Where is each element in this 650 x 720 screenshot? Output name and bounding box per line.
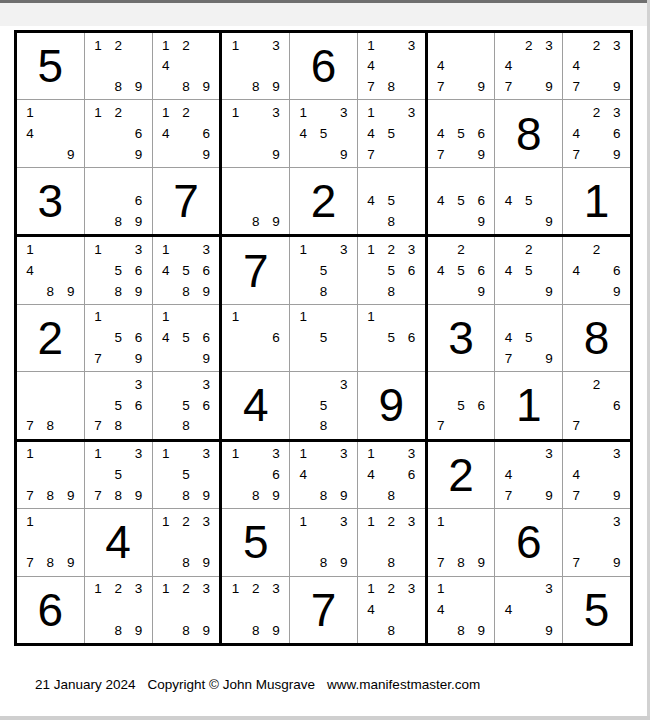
cell-r3c9[interactable]: 1 [563, 168, 630, 234]
candidate-6 [334, 328, 354, 349]
candidate-6: 6 [471, 395, 491, 416]
candidate-5 [586, 123, 606, 144]
cell-r5c2[interactable]: 15679 [85, 305, 152, 371]
candidate-grid: 358 [290, 372, 357, 438]
candidate-9: 9 [196, 485, 216, 506]
cell-r4c5[interactable]: 1358 [290, 237, 357, 303]
candidate-3: 3 [607, 444, 627, 465]
candidate-1 [566, 35, 586, 56]
cell-r2c8[interactable]: 8 [495, 100, 562, 166]
candidate-5 [40, 123, 60, 144]
candidate-8 [246, 348, 266, 369]
candidate-7 [498, 212, 518, 233]
cell-r5c1[interactable]: 2 [17, 305, 84, 371]
cell-r6c6[interactable]: 9 [358, 372, 425, 438]
candidate-8: 8 [40, 553, 60, 574]
candidate-9 [401, 348, 421, 369]
candidate-1 [498, 579, 518, 600]
candidate-1 [431, 102, 451, 123]
candidate-2 [246, 444, 266, 465]
solved-digit: 6 [17, 577, 84, 643]
candidate-5: 5 [176, 328, 196, 349]
candidate-1 [498, 35, 518, 56]
candidate-1: 1 [225, 35, 245, 56]
candidate-4 [431, 395, 451, 416]
candidate-1 [88, 170, 108, 191]
cell-r3c3[interactable]: 7 [153, 168, 220, 234]
candidate-1: 1 [293, 102, 313, 123]
solved-digit: 9 [358, 372, 425, 438]
candidate-9: 9 [607, 485, 627, 506]
candidate-4 [431, 532, 451, 553]
candidate-8 [586, 281, 606, 302]
cell-r9c1[interactable]: 6 [17, 577, 84, 643]
cell-r7c7[interactable]: 2 [428, 442, 495, 508]
candidate-7: 7 [431, 144, 451, 165]
candidate-8: 8 [176, 77, 196, 98]
candidate-7: 7 [361, 77, 381, 98]
candidate-5: 5 [313, 260, 333, 281]
cell-r8c9[interactable]: 379 [563, 509, 630, 575]
candidate-grid: 123568 [358, 237, 425, 303]
candidate-7 [293, 485, 313, 506]
candidate-7: 7 [361, 144, 381, 165]
candidate-4: 4 [361, 191, 381, 212]
candidate-1: 1 [156, 102, 176, 123]
cell-r7c8[interactable]: 3479 [495, 442, 562, 508]
cell-r6c4[interactable]: 4 [222, 372, 289, 438]
candidate-5: 5 [108, 260, 128, 281]
cell-r9c8[interactable]: 349 [495, 577, 562, 643]
candidate-3 [471, 102, 491, 123]
candidate-9 [334, 281, 354, 302]
candidate-1: 1 [88, 239, 108, 260]
cell-r5c5[interactable]: 15 [290, 305, 357, 371]
candidate-4 [88, 464, 108, 485]
candidate-1: 1 [20, 239, 40, 260]
candidate-4 [225, 56, 245, 77]
candidate-8 [176, 348, 196, 369]
candidate-3: 3 [401, 579, 421, 600]
candidate-1 [566, 102, 586, 123]
candidate-4 [20, 395, 40, 416]
cell-r2c6[interactable]: 13457 [358, 100, 425, 166]
candidate-3: 3 [128, 374, 148, 395]
cell-r4c6[interactable]: 123568 [358, 237, 425, 303]
candidate-4: 4 [431, 599, 451, 620]
candidate-5: 5 [108, 328, 128, 349]
candidate-5 [381, 599, 401, 620]
candidate-5: 5 [176, 395, 196, 416]
candidate-1 [498, 170, 518, 191]
candidate-3 [128, 307, 148, 328]
candidate-grid: 156 [358, 305, 425, 371]
candidate-grid: 15 [290, 305, 357, 371]
candidate-6 [61, 395, 81, 416]
cell-r9c7[interactable]: 1489 [428, 577, 495, 643]
cell-r2c7[interactable]: 45679 [428, 100, 495, 166]
candidate-2: 2 [176, 35, 196, 56]
candidate-8: 8 [451, 553, 471, 574]
cell-r1c4[interactable]: 1389 [222, 33, 289, 99]
cell-r9c4[interactable]: 12389 [222, 577, 289, 643]
cell-r4c1[interactable]: 1489 [17, 237, 84, 303]
candidate-7 [20, 281, 40, 302]
candidate-2: 2 [586, 35, 606, 56]
cell-r7c5[interactable]: 13489 [290, 442, 357, 508]
candidate-9: 9 [607, 553, 627, 574]
candidate-1: 1 [361, 35, 381, 56]
candidate-grid: 12389 [222, 577, 289, 643]
candidate-7 [293, 281, 313, 302]
cell-r3c7[interactable]: 4569 [428, 168, 495, 234]
candidate-6: 6 [471, 191, 491, 212]
candidate-5 [40, 395, 60, 416]
candidate-4: 4 [498, 464, 518, 485]
candidate-7 [361, 348, 381, 369]
cell-r8c6[interactable]: 1238 [358, 509, 425, 575]
candidate-4: 4 [498, 56, 518, 77]
cell-r7c4[interactable]: 13689 [222, 442, 289, 508]
candidate-3: 3 [196, 579, 216, 600]
candidate-3: 3 [196, 239, 216, 260]
cell-r6c9[interactable]: 267 [563, 372, 630, 438]
candidate-5 [246, 328, 266, 349]
candidate-6 [334, 395, 354, 416]
candidate-7 [88, 144, 108, 165]
candidate-1: 1 [361, 102, 381, 123]
solved-digit: 5 [17, 33, 84, 99]
candidate-7 [225, 348, 245, 369]
candidate-1: 1 [293, 444, 313, 465]
candidate-9: 9 [61, 553, 81, 574]
cell-r2c1[interactable]: 149 [17, 100, 84, 166]
candidate-3: 3 [334, 102, 354, 123]
cell-r1c5[interactable]: 6 [290, 33, 357, 99]
candidate-2 [451, 511, 471, 532]
candidate-8 [176, 144, 196, 165]
cell-r1c6[interactable]: 13478 [358, 33, 425, 99]
candidate-8 [108, 144, 128, 165]
candidate-grid: 12389 [153, 577, 220, 643]
cell-r6c7[interactable]: 567 [428, 372, 495, 438]
candidate-7 [156, 77, 176, 98]
candidate-8: 8 [381, 620, 401, 641]
candidate-3: 3 [196, 444, 216, 465]
box-1-3: 479234792347945679823467945694591 [428, 33, 630, 234]
solved-digit: 7 [153, 168, 220, 234]
candidate-4 [88, 56, 108, 77]
candidate-1: 1 [361, 511, 381, 532]
candidate-9: 9 [471, 553, 491, 574]
cell-r3c4[interactable]: 89 [222, 168, 289, 234]
cell-r1c9[interactable]: 23479 [563, 33, 630, 99]
solved-digit: 5 [563, 577, 630, 643]
cell-r2c9[interactable]: 234679 [563, 100, 630, 166]
cell-r8c7[interactable]: 1789 [428, 509, 495, 575]
candidate-2 [451, 102, 471, 123]
candidate-grid: 13457 [358, 100, 425, 166]
candidate-1: 1 [431, 579, 451, 600]
cell-r5c9[interactable]: 8 [563, 305, 630, 371]
candidate-8: 8 [313, 553, 333, 574]
candidate-8: 8 [313, 485, 333, 506]
cell-r6c5[interactable]: 358 [290, 372, 357, 438]
candidate-7 [156, 553, 176, 574]
cell-r3c1[interactable]: 3 [17, 168, 84, 234]
cell-r1c7[interactable]: 479 [428, 33, 495, 99]
candidate-2 [40, 444, 60, 465]
candidate-grid: 1358 [290, 237, 357, 303]
candidate-9: 9 [539, 77, 559, 98]
candidate-grid: 1389 [290, 509, 357, 575]
candidate-5 [451, 599, 471, 620]
candidate-1 [225, 170, 245, 191]
candidate-5 [40, 464, 60, 485]
candidate-7 [293, 553, 313, 574]
candidate-1 [566, 374, 586, 395]
candidate-4 [20, 532, 40, 553]
candidate-6 [471, 599, 491, 620]
cell-r2c3[interactable]: 12469 [153, 100, 220, 166]
cell-r8c8[interactable]: 6 [495, 509, 562, 575]
solved-digit: 1 [563, 168, 630, 234]
candidate-grid: 135689 [85, 237, 152, 303]
cell-r9c6[interactable]: 12348 [358, 577, 425, 643]
candidate-8 [586, 485, 606, 506]
cell-r1c1[interactable]: 5 [17, 33, 84, 99]
candidate-grid: 689 [85, 168, 152, 234]
candidate-1: 1 [156, 511, 176, 532]
cell-r6c8[interactable]: 1 [495, 372, 562, 438]
candidate-6 [401, 532, 421, 553]
candidate-grid: 89 [222, 168, 289, 234]
cell-r2c2[interactable]: 1269 [85, 100, 152, 166]
candidate-4 [293, 328, 313, 349]
candidate-6 [196, 464, 216, 485]
candidate-3 [471, 170, 491, 191]
candidate-5: 5 [519, 260, 539, 281]
cell-r3c2[interactable]: 689 [85, 168, 152, 234]
solved-digit: 3 [17, 168, 84, 234]
candidate-9 [471, 416, 491, 437]
candidate-7 [361, 485, 381, 506]
cell-r5c4[interactable]: 16 [222, 305, 289, 371]
candidate-9: 9 [266, 212, 286, 233]
candidate-8 [519, 620, 539, 641]
candidate-8: 8 [176, 485, 196, 506]
candidate-9: 9 [539, 212, 559, 233]
candidate-6: 6 [471, 260, 491, 281]
candidate-3: 3 [401, 511, 421, 532]
candidate-2 [246, 35, 266, 56]
cell-r4c3[interactable]: 1345689 [153, 237, 220, 303]
candidate-9: 9 [539, 281, 559, 302]
cell-r3c8[interactable]: 459 [495, 168, 562, 234]
solved-digit: 8 [495, 100, 562, 166]
candidate-9: 9 [471, 212, 491, 233]
candidate-6: 6 [196, 260, 216, 281]
cell-r8c5[interactable]: 1389 [290, 509, 357, 575]
candidate-5: 5 [451, 123, 471, 144]
candidate-4: 4 [156, 328, 176, 349]
cell-r9c5[interactable]: 7 [290, 577, 357, 643]
cell-r1c2[interactable]: 1289 [85, 33, 152, 99]
candidate-5 [108, 191, 128, 212]
candidate-2: 2 [519, 239, 539, 260]
candidate-6 [334, 260, 354, 281]
cell-r5c8[interactable]: 4579 [495, 305, 562, 371]
candidate-2 [451, 579, 471, 600]
candidate-grid: 16 [222, 305, 289, 371]
cell-r8c4[interactable]: 5 [222, 509, 289, 575]
candidate-1: 1 [20, 444, 40, 465]
candidate-1: 1 [293, 239, 313, 260]
candidate-4 [293, 532, 313, 553]
candidate-8: 8 [246, 485, 266, 506]
candidate-grid: 14569 [153, 305, 220, 371]
candidate-1: 1 [20, 511, 40, 532]
cell-r6c3[interactable]: 3568 [153, 372, 220, 438]
candidate-6: 6 [128, 395, 148, 416]
cell-r8c1[interactable]: 1789 [17, 509, 84, 575]
candidate-7 [431, 281, 451, 302]
candidate-8 [519, 281, 539, 302]
candidate-2 [108, 239, 128, 260]
candidate-9: 9 [334, 485, 354, 506]
candidate-8 [313, 144, 333, 165]
candidate-8: 8 [176, 553, 196, 574]
cell-r7c2[interactable]: 135789 [85, 442, 152, 508]
candidate-grid: 13468 [358, 442, 425, 508]
candidate-5 [586, 260, 606, 281]
candidate-6 [128, 464, 148, 485]
candidate-5 [246, 123, 266, 144]
candidate-2 [381, 102, 401, 123]
candidate-8 [519, 212, 539, 233]
cell-r9c9[interactable]: 5 [563, 577, 630, 643]
cell-r9c2[interactable]: 12389 [85, 577, 152, 643]
candidate-7 [361, 212, 381, 233]
candidate-6 [266, 56, 286, 77]
candidate-5: 5 [451, 191, 471, 212]
candidate-2 [313, 102, 333, 123]
candidate-grid: 1789 [17, 442, 84, 508]
candidate-7 [431, 620, 451, 641]
candidate-grid: 35678 [85, 372, 152, 438]
candidate-7: 7 [566, 553, 586, 574]
candidate-1: 1 [361, 579, 381, 600]
cell-r8c3[interactable]: 12389 [153, 509, 220, 575]
candidate-5 [381, 532, 401, 553]
candidate-9 [607, 416, 627, 437]
candidate-6 [128, 599, 148, 620]
candidate-4 [156, 599, 176, 620]
cell-r4c9[interactable]: 2469 [563, 237, 630, 303]
cell-r7c3[interactable]: 13589 [153, 442, 220, 508]
cell-r3c5[interactable]: 2 [290, 168, 357, 234]
candidate-3 [61, 444, 81, 465]
candidate-1: 1 [156, 444, 176, 465]
candidate-5 [586, 464, 606, 485]
candidate-5: 5 [313, 123, 333, 144]
candidate-grid: 1489 [17, 237, 84, 303]
candidate-7: 7 [20, 416, 40, 437]
cell-r8c2[interactable]: 4 [85, 509, 152, 575]
candidate-grid: 135789 [85, 442, 152, 508]
candidate-2 [40, 511, 60, 532]
solved-digit: 7 [222, 237, 289, 303]
cell-r2c4[interactable]: 139 [222, 100, 289, 166]
candidate-4: 4 [498, 260, 518, 281]
candidate-5 [176, 56, 196, 77]
candidate-4 [361, 532, 381, 553]
candidate-3 [196, 102, 216, 123]
candidate-4: 4 [431, 56, 451, 77]
candidate-4: 4 [293, 464, 313, 485]
candidate-2: 2 [176, 579, 196, 600]
cell-r1c3[interactable]: 12489 [153, 33, 220, 99]
candidate-7: 7 [566, 485, 586, 506]
cell-r5c3[interactable]: 14569 [153, 305, 220, 371]
candidate-9: 9 [61, 281, 81, 302]
cell-r7c9[interactable]: 3479 [563, 442, 630, 508]
cell-r5c6[interactable]: 156 [358, 305, 425, 371]
cell-r9c3[interactable]: 12389 [153, 577, 220, 643]
cell-r6c1[interactable]: 78 [17, 372, 84, 438]
cell-r4c8[interactable]: 2459 [495, 237, 562, 303]
candidate-5: 5 [519, 191, 539, 212]
cell-r1c8[interactable]: 23479 [495, 33, 562, 99]
cell-r7c1[interactable]: 1789 [17, 442, 84, 508]
candidate-7 [498, 281, 518, 302]
candidate-9: 9 [196, 77, 216, 98]
candidate-6 [401, 56, 421, 77]
candidate-2 [108, 307, 128, 328]
cell-r7c6[interactable]: 13468 [358, 442, 425, 508]
cell-r4c2[interactable]: 135689 [85, 237, 152, 303]
cell-r4c4[interactable]: 7 [222, 237, 289, 303]
candidate-grid: 379 [563, 509, 630, 575]
candidate-9: 9 [334, 144, 354, 165]
candidate-4 [88, 260, 108, 281]
candidate-8: 8 [313, 416, 333, 437]
candidate-grid: 23479 [563, 33, 630, 99]
candidate-grid: 1269 [85, 100, 152, 166]
cell-r6c2[interactable]: 35678 [85, 372, 152, 438]
candidate-3 [401, 170, 421, 191]
candidate-8 [586, 77, 606, 98]
cell-r5c7[interactable]: 3 [428, 305, 495, 371]
candidate-2: 2 [108, 35, 128, 56]
candidate-3 [266, 170, 286, 191]
candidate-9 [401, 485, 421, 506]
cell-r3c6[interactable]: 458 [358, 168, 425, 234]
candidate-3 [61, 511, 81, 532]
cell-r2c5[interactable]: 13459 [290, 100, 357, 166]
candidate-grid: 24569 [428, 237, 495, 303]
candidate-6 [471, 532, 491, 553]
candidate-grid: 1345689 [153, 237, 220, 303]
candidate-7: 7 [498, 77, 518, 98]
candidate-7 [293, 144, 313, 165]
cell-r4c7[interactable]: 24569 [428, 237, 495, 303]
candidate-9: 9 [128, 77, 148, 98]
candidate-7 [361, 553, 381, 574]
candidate-3 [128, 170, 148, 191]
candidate-3 [128, 35, 148, 56]
candidate-7 [88, 281, 108, 302]
